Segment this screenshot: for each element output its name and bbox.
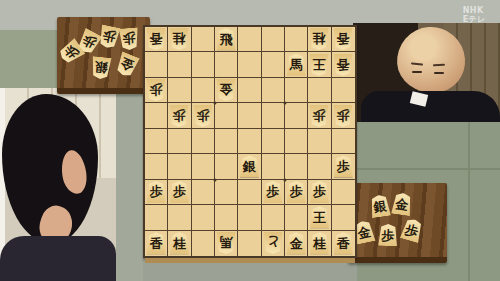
square-2g: 歩 xyxy=(308,180,331,205)
square-5c xyxy=(238,78,261,103)
captured-piece-pawn: 歩 xyxy=(118,27,139,50)
square-9g: 歩 xyxy=(145,180,168,205)
square-5d xyxy=(238,103,261,128)
square-8f xyxy=(168,154,191,179)
board-side-edge xyxy=(145,258,355,263)
square-1i: 香 xyxy=(332,231,355,256)
captured-piece-silver: 銀 xyxy=(90,56,112,80)
piece-knight: 桂 xyxy=(309,232,329,254)
square-3a xyxy=(285,27,308,52)
square-2h: 王 xyxy=(308,205,331,230)
square-8e xyxy=(168,129,191,154)
square-7i xyxy=(192,231,215,256)
square-2c xyxy=(308,78,331,103)
square-4c xyxy=(262,78,285,103)
square-3g: 歩 xyxy=(285,180,308,205)
piece-king: 王 xyxy=(309,54,329,76)
star-point xyxy=(213,102,216,105)
piece-lance: 香 xyxy=(146,232,166,254)
gote-captured-stand: 歩歩歩歩銀金 xyxy=(57,17,150,94)
square-9a: 香 xyxy=(145,27,168,52)
square-5h xyxy=(238,205,261,230)
square-1f: 歩 xyxy=(332,154,355,179)
square-4g: 歩 xyxy=(262,180,285,205)
piece-lance: 香 xyxy=(146,28,166,50)
sente-captured-stand: 銀金金歩歩 xyxy=(348,183,447,263)
piece-pawn: 歩 xyxy=(333,105,353,127)
piece-knight: 桂 xyxy=(309,28,329,50)
square-6d xyxy=(215,103,238,128)
piece-pawn: 歩 xyxy=(146,181,166,203)
piece-promoted-bishop: 馬 xyxy=(216,232,236,254)
channel-watermark: NHK Eテレ xyxy=(463,6,486,24)
left-player-body xyxy=(0,236,116,281)
square-4f xyxy=(262,154,285,179)
square-9f xyxy=(145,154,168,179)
square-1a: 香 xyxy=(332,27,355,52)
square-5b xyxy=(238,52,261,77)
square-6g xyxy=(215,180,238,205)
captured-piece-pawn: 歩 xyxy=(378,224,399,247)
square-4d xyxy=(262,103,285,128)
square-5f: 銀 xyxy=(238,154,261,179)
square-6c: 金 xyxy=(215,78,238,103)
piece-pawn: 歩 xyxy=(146,79,166,101)
square-7h xyxy=(192,205,215,230)
piece-pawn: 歩 xyxy=(169,181,189,203)
square-1d: 歩 xyxy=(332,103,355,128)
captured-piece-gold: 金 xyxy=(391,192,414,217)
square-7f xyxy=(192,154,215,179)
watermark-line1: NHK xyxy=(463,6,486,15)
square-5a xyxy=(238,27,261,52)
square-7a xyxy=(192,27,215,52)
shogi-board: 香桂飛桂香馬王香歩金歩歩歩歩銀歩歩歩歩歩歩王香桂馬と金桂香 xyxy=(143,25,357,258)
square-9e xyxy=(145,129,168,154)
background-strip xyxy=(116,88,143,281)
square-8a: 桂 xyxy=(168,27,191,52)
piece-promoted-pawn: と xyxy=(263,232,283,254)
piece-knight: 桂 xyxy=(169,28,189,50)
square-8d: 歩 xyxy=(168,103,191,128)
star-point xyxy=(284,178,287,181)
square-7c xyxy=(192,78,215,103)
piece-pawn: 歩 xyxy=(193,105,213,127)
piece-rook: 飛 xyxy=(216,28,236,50)
square-1h xyxy=(332,205,355,230)
square-5g xyxy=(238,180,261,205)
square-8c xyxy=(168,78,191,103)
square-1e xyxy=(332,129,355,154)
square-7e xyxy=(192,129,215,154)
square-8i: 桂 xyxy=(168,231,191,256)
piece-promoted-bishop: 馬 xyxy=(286,54,306,76)
piece-pawn: 歩 xyxy=(333,155,353,177)
square-2e xyxy=(308,129,331,154)
piece-silver: 銀 xyxy=(239,155,259,177)
tv-frame: 歩歩歩歩銀金 銀金金歩歩 香桂飛桂香馬王香歩金歩歩歩歩銀歩歩歩歩歩歩王香桂馬と金… xyxy=(0,0,500,281)
square-1b: 香 xyxy=(332,52,355,77)
square-3e xyxy=(285,129,308,154)
square-9b xyxy=(145,52,168,77)
piece-pawn: 歩 xyxy=(263,181,283,203)
piece-king: 王 xyxy=(309,206,329,228)
square-1c xyxy=(332,78,355,103)
square-2a: 桂 xyxy=(308,27,331,52)
square-7b xyxy=(192,52,215,77)
captured-piece-silver: 銀 xyxy=(369,194,392,219)
captured-piece-gold: 金 xyxy=(114,51,141,79)
square-9h xyxy=(145,205,168,230)
square-3i: 金 xyxy=(285,231,308,256)
square-9d xyxy=(145,103,168,128)
piece-gold: 金 xyxy=(286,232,306,254)
square-5i xyxy=(238,231,261,256)
square-6i: 馬 xyxy=(215,231,238,256)
square-7d: 歩 xyxy=(192,103,215,128)
piece-pawn: 歩 xyxy=(169,105,189,127)
tatami-seam xyxy=(357,168,500,170)
piece-lance: 香 xyxy=(333,28,353,50)
piece-gold: 金 xyxy=(216,79,236,101)
square-4h xyxy=(262,205,285,230)
square-9c: 歩 xyxy=(145,78,168,103)
piece-knight: 桂 xyxy=(169,232,189,254)
star-point xyxy=(213,178,216,181)
square-8b xyxy=(168,52,191,77)
watermark-line2: Eテレ xyxy=(463,15,486,24)
tatami-seam xyxy=(468,122,470,281)
right-player-eye xyxy=(412,71,422,73)
square-7g xyxy=(192,180,215,205)
square-3c xyxy=(285,78,308,103)
square-2i: 桂 xyxy=(308,231,331,256)
captured-piece-pawn: 歩 xyxy=(399,217,424,244)
square-2d: 歩 xyxy=(308,103,331,128)
right-player-photo xyxy=(353,23,500,122)
square-6h xyxy=(215,205,238,230)
square-8h xyxy=(168,205,191,230)
left-player-photo xyxy=(0,88,116,281)
square-3d xyxy=(285,103,308,128)
square-6a: 飛 xyxy=(215,27,238,52)
piece-lance: 香 xyxy=(333,54,353,76)
square-9i: 香 xyxy=(145,231,168,256)
square-5e xyxy=(238,129,261,154)
square-6f xyxy=(215,154,238,179)
piece-lance: 香 xyxy=(333,232,353,254)
square-8g: 歩 xyxy=(168,180,191,205)
right-player-suit xyxy=(361,91,500,122)
square-6b xyxy=(215,52,238,77)
square-2b: 王 xyxy=(308,52,331,77)
square-4i: と xyxy=(262,231,285,256)
piece-pawn: 歩 xyxy=(286,181,306,203)
piece-pawn: 歩 xyxy=(309,181,329,203)
piece-pawn: 歩 xyxy=(309,105,329,127)
square-3b: 馬 xyxy=(285,52,308,77)
square-1g xyxy=(332,180,355,205)
right-player-eye xyxy=(434,72,444,74)
star-point xyxy=(284,102,287,105)
square-4b xyxy=(262,52,285,77)
square-6e xyxy=(215,129,238,154)
square-3h xyxy=(285,205,308,230)
board-grid: 香桂飛桂香馬王香歩金歩歩歩歩銀歩歩歩歩歩歩王香桂馬と金桂香 xyxy=(145,27,355,256)
square-3f xyxy=(285,154,308,179)
square-4e xyxy=(262,129,285,154)
square-2f xyxy=(308,154,331,179)
square-4a xyxy=(262,27,285,52)
